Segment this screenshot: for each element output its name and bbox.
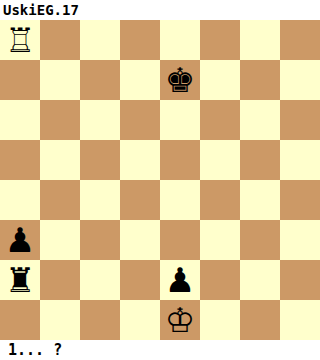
square-c8[interactable]	[80, 20, 120, 60]
square-e7[interactable]: ♚	[160, 60, 200, 100]
square-g2[interactable]	[240, 260, 280, 300]
square-a5[interactable]	[0, 140, 40, 180]
square-a3[interactable]: ♟	[0, 220, 40, 260]
square-g4[interactable]	[240, 180, 280, 220]
square-b8[interactable]	[40, 20, 80, 60]
square-a4[interactable]	[0, 180, 40, 220]
square-a1[interactable]	[0, 300, 40, 340]
square-b6[interactable]	[40, 100, 80, 140]
square-a8[interactable]: ♖	[0, 20, 40, 60]
square-a6[interactable]	[0, 100, 40, 140]
square-e2[interactable]: ♟	[160, 260, 200, 300]
square-b7[interactable]	[40, 60, 80, 100]
square-h1[interactable]	[280, 300, 320, 340]
square-c1[interactable]	[80, 300, 120, 340]
square-b2[interactable]	[40, 260, 80, 300]
square-h3[interactable]	[280, 220, 320, 260]
square-d6[interactable]	[120, 100, 160, 140]
square-c2[interactable]	[80, 260, 120, 300]
square-g7[interactable]	[240, 60, 280, 100]
square-a7[interactable]	[0, 60, 40, 100]
square-h5[interactable]	[280, 140, 320, 180]
piece-black-king[interactable]: ♚	[165, 60, 195, 100]
piece-white-king[interactable]: ♔	[165, 300, 195, 340]
square-f8[interactable]	[200, 20, 240, 60]
diagram-title: UskiEG.17	[0, 0, 320, 20]
square-f6[interactable]	[200, 100, 240, 140]
square-f2[interactable]	[200, 260, 240, 300]
square-h2[interactable]	[280, 260, 320, 300]
piece-black-rook[interactable]: ♜	[5, 260, 35, 300]
square-c6[interactable]	[80, 100, 120, 140]
piece-white-rook[interactable]: ♖	[5, 20, 35, 60]
square-h4[interactable]	[280, 180, 320, 220]
piece-black-pawn[interactable]: ♟	[5, 220, 35, 260]
square-d4[interactable]	[120, 180, 160, 220]
square-d3[interactable]	[120, 220, 160, 260]
square-f5[interactable]	[200, 140, 240, 180]
square-h6[interactable]	[280, 100, 320, 140]
piece-black-pawn[interactable]: ♟	[165, 260, 195, 300]
square-f1[interactable]	[200, 300, 240, 340]
square-g8[interactable]	[240, 20, 280, 60]
square-h7[interactable]	[280, 60, 320, 100]
square-e4[interactable]	[160, 180, 200, 220]
square-e8[interactable]	[160, 20, 200, 60]
square-e1[interactable]: ♔	[160, 300, 200, 340]
square-f3[interactable]	[200, 220, 240, 260]
square-d5[interactable]	[120, 140, 160, 180]
square-b1[interactable]	[40, 300, 80, 340]
move-prompt: 1... ?	[0, 340, 320, 360]
square-c3[interactable]	[80, 220, 120, 260]
square-c7[interactable]	[80, 60, 120, 100]
square-e5[interactable]	[160, 140, 200, 180]
square-e3[interactable]	[160, 220, 200, 260]
square-c4[interactable]	[80, 180, 120, 220]
square-g5[interactable]	[240, 140, 280, 180]
chess-board: ♖♚♟♜♟♔	[0, 20, 320, 340]
square-f7[interactable]	[200, 60, 240, 100]
square-a2[interactable]: ♜	[0, 260, 40, 300]
square-d2[interactable]	[120, 260, 160, 300]
square-b3[interactable]	[40, 220, 80, 260]
square-b5[interactable]	[40, 140, 80, 180]
square-e6[interactable]	[160, 100, 200, 140]
square-c5[interactable]	[80, 140, 120, 180]
square-b4[interactable]	[40, 180, 80, 220]
square-d1[interactable]	[120, 300, 160, 340]
square-g6[interactable]	[240, 100, 280, 140]
square-f4[interactable]	[200, 180, 240, 220]
square-g3[interactable]	[240, 220, 280, 260]
square-d8[interactable]	[120, 20, 160, 60]
square-h8[interactable]	[280, 20, 320, 60]
square-g1[interactable]	[240, 300, 280, 340]
square-d7[interactable]	[120, 60, 160, 100]
